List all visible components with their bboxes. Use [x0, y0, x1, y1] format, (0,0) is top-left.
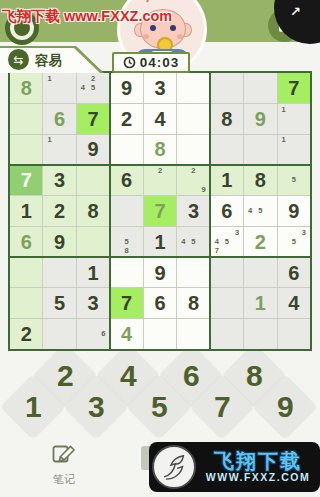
cell-value: 5	[54, 293, 65, 313]
cell-r9c8[interactable]	[244, 319, 276, 349]
cell-r3c5[interactable]: 8	[144, 135, 176, 165]
pencil-marks: 2	[145, 166, 175, 194]
cell-r7c2[interactable]	[43, 258, 75, 288]
cell-r2c7[interactable]: 8	[211, 104, 243, 134]
cell-r5c2[interactable]: 2	[43, 196, 75, 226]
cell-r6c7[interactable]: 3457	[211, 227, 243, 257]
pencil-marks: 29	[178, 166, 208, 194]
cell-r1c1[interactable]: 8	[10, 73, 42, 103]
pencil-marks: 35	[279, 228, 309, 256]
watermark-top: 飞翔下载 www.FXXZ.com	[2, 7, 172, 26]
cell-value: 7	[121, 293, 132, 313]
cell-r6c5[interactable]: 1	[144, 227, 176, 257]
cell-value: 6	[288, 263, 299, 283]
numpad-digit: 7	[214, 390, 231, 424]
cell-r4c7[interactable]: 1	[211, 165, 243, 195]
cell-r5c8[interactable]: 45	[244, 196, 276, 226]
cell-value: 3	[154, 78, 165, 98]
cell-r4c8[interactable]: 8	[244, 165, 276, 195]
cell-r2c9[interactable]: 1	[278, 104, 310, 134]
cell-r5c9[interactable]: 9	[278, 196, 310, 226]
cell-r4c2[interactable]: 3	[43, 165, 75, 195]
pencil-marks: 45	[178, 228, 208, 256]
watermark-title: 飞翔下载	[196, 451, 320, 472]
numpad-digit: 4	[119, 359, 136, 393]
cell-value: 9	[288, 201, 299, 221]
numpad-digit: 5	[151, 390, 168, 424]
difficulty-tab[interactable]: ⇆ 容易	[0, 46, 104, 73]
app-screen: ↗ ⇆ 容易 04:03 812459376724891198173622918…	[0, 0, 320, 497]
corner-arrow-icon: ↗	[290, 4, 301, 19]
cell-value: 7	[88, 109, 99, 129]
numpad-digit: 1	[25, 390, 42, 424]
cell-r3c3[interactable]: 9	[77, 135, 109, 165]
numpad-digit: 3	[88, 390, 105, 424]
pencil-marks: 5	[279, 166, 309, 194]
cell-r9c2[interactable]	[43, 319, 75, 349]
cell-value: 3	[188, 201, 199, 221]
cell-r3c2[interactable]: 1	[43, 135, 75, 165]
fxxz-logo-icon	[152, 445, 196, 489]
cell-r8c9[interactable]: 4	[278, 288, 310, 318]
cell-value: 9	[54, 232, 65, 252]
cell-r2c5[interactable]: 4	[144, 104, 176, 134]
cell-value: 4	[288, 293, 299, 313]
cell-r7c3[interactable]: 1	[77, 258, 109, 288]
cell-r6c6[interactable]: 45	[177, 227, 209, 257]
cell-value: 3	[54, 170, 65, 190]
cell-value: 1	[221, 170, 232, 190]
pencil-marks: 1	[279, 136, 309, 164]
numpad-digit: 9	[277, 390, 294, 424]
cell-r9c5[interactable]	[144, 319, 176, 349]
difficulty-label: 容易	[35, 52, 62, 70]
cell-r5c5[interactable]: 7	[144, 196, 176, 226]
pencil-marks: 3457	[212, 228, 242, 256]
cell-r7c8[interactable]	[244, 258, 276, 288]
cell-r9c6[interactable]	[177, 319, 209, 349]
cell-value: 1	[154, 232, 165, 252]
cell-value: 9	[88, 139, 99, 159]
cell-r7c5[interactable]: 9	[144, 258, 176, 288]
cell-r1c6[interactable]	[177, 73, 209, 103]
numpad-digit: 2	[56, 359, 73, 393]
cell-r4c1[interactable]: 7	[10, 165, 42, 195]
cell-r6c1[interactable]: 6	[10, 227, 42, 257]
cell-value: 1	[21, 201, 32, 221]
cell-value: 6	[221, 201, 232, 221]
cell-r4c5[interactable]: 2	[144, 165, 176, 195]
pencil-marks: 1	[279, 105, 309, 133]
sudoku-grid: 8124593767248911981736229185128736459695…	[10, 73, 310, 349]
cell-r7c7[interactable]	[211, 258, 243, 288]
cell-r3c8[interactable]	[244, 135, 276, 165]
cell-r5c1[interactable]: 1	[10, 196, 42, 226]
cell-r8c1[interactable]	[10, 288, 42, 318]
cell-r4c6[interactable]: 29	[177, 165, 209, 195]
cell-value: 6	[121, 170, 132, 190]
cell-value: 7	[21, 170, 32, 190]
box-line-horizontal	[10, 256, 310, 258]
cell-value: 2	[54, 201, 65, 221]
cell-r5c6[interactable]: 3	[177, 196, 209, 226]
cell-value: 2	[255, 232, 266, 252]
cell-r3c7[interactable]	[211, 135, 243, 165]
pencil-marks: 1	[44, 136, 74, 164]
cell-r3c1[interactable]	[10, 135, 42, 165]
cell-value: 6	[54, 109, 65, 129]
cell-r8c6[interactable]: 8	[177, 288, 209, 318]
cell-r8c8[interactable]: 1	[244, 288, 276, 318]
numpad-digit: 6	[182, 359, 199, 393]
cell-value: 9	[121, 78, 132, 98]
cell-value: 9	[255, 109, 266, 129]
cell-r7c1[interactable]	[10, 258, 42, 288]
cell-r1c5[interactable]: 3	[144, 73, 176, 103]
cell-r6c9[interactable]: 35	[278, 227, 310, 257]
cell-r2c1[interactable]	[10, 104, 42, 134]
cell-r9c9[interactable]	[278, 319, 310, 349]
watermark-texts: 飞翔下载 WWW.FXXZ.COM	[196, 451, 320, 483]
timer: 04:03	[112, 52, 190, 73]
cell-r5c4[interactable]	[110, 196, 142, 226]
cell-r2c4[interactable]: 2	[110, 104, 142, 134]
cell-r9c3[interactable]: 6	[77, 319, 109, 349]
cell-value: 6	[21, 232, 32, 252]
cell-r8c3[interactable]: 3	[77, 288, 109, 318]
cell-value: 1	[255, 293, 266, 313]
cell-r7c4[interactable]	[110, 258, 142, 288]
cell-r6c8[interactable]: 2	[244, 227, 276, 257]
cell-value: 8	[154, 139, 165, 159]
cell-r5c3[interactable]: 8	[77, 196, 109, 226]
cell-value: 1	[88, 263, 99, 283]
pencil-marks: 1	[44, 74, 74, 102]
cell-r3c6[interactable]	[177, 135, 209, 165]
cell-r2c3[interactable]: 7	[77, 104, 109, 134]
cell-r3c4[interactable]	[110, 135, 142, 165]
box-line-vertical	[209, 73, 211, 349]
numpad-digit: 8	[245, 359, 262, 393]
cell-r2c2[interactable]: 6	[43, 104, 75, 134]
cell-value: 9	[154, 263, 165, 283]
notes-button[interactable]: 笔记	[34, 442, 94, 487]
pencil-marks: 58	[111, 228, 141, 256]
box-line-horizontal	[10, 164, 310, 166]
watermark-url: WWW.FXXZ.COM	[196, 472, 320, 483]
cell-value: 6	[154, 293, 165, 313]
cell-r1c8[interactable]	[244, 73, 276, 103]
cell-r8c5[interactable]: 6	[144, 288, 176, 318]
cell-r7c6[interactable]	[177, 258, 209, 288]
cell-r2c8[interactable]: 9	[244, 104, 276, 134]
baby-blush-left	[143, 34, 149, 39]
pencil-marks: 6	[78, 320, 108, 348]
cell-value: 8	[88, 201, 99, 221]
pencil-marks: 45	[245, 197, 275, 225]
cell-r1c4[interactable]: 9	[110, 73, 142, 103]
notes-label: 笔记	[34, 472, 94, 487]
difficulty-switch-icon: ⇆	[8, 49, 29, 70]
cell-value: 8	[255, 170, 266, 190]
cell-r4c4[interactable]: 6	[110, 165, 142, 195]
cell-r4c3[interactable]	[77, 165, 109, 195]
cell-value: 2	[121, 109, 132, 129]
cell-value: 8	[188, 293, 199, 313]
cell-r3c9[interactable]: 1	[278, 135, 310, 165]
cell-value: 8	[221, 109, 232, 129]
baby-blush-right	[177, 34, 183, 39]
cell-r7c9[interactable]: 6	[278, 258, 310, 288]
cell-value: 3	[88, 293, 99, 313]
cell-r1c9[interactable]: 7	[278, 73, 310, 103]
cell-r4c9[interactable]: 5	[278, 165, 310, 195]
cell-value: 4	[154, 109, 165, 129]
cell-r9c7[interactable]	[211, 319, 243, 349]
cell-value: 7	[288, 78, 299, 98]
clock-icon	[123, 56, 136, 69]
swap-arrows-icon: ⇆	[13, 53, 23, 67]
box-line-vertical	[109, 73, 111, 349]
cell-r9c1[interactable]: 2	[10, 319, 42, 349]
cell-value: 8	[21, 78, 32, 98]
cell-r6c3[interactable]	[77, 227, 109, 257]
cell-r5c7[interactable]: 6	[211, 196, 243, 226]
watermark-bottom: 飞翔下载 WWW.FXXZ.COM	[149, 442, 320, 492]
pencil-marks: 245	[78, 74, 108, 102]
cell-r8c7[interactable]	[211, 288, 243, 318]
cell-r1c3[interactable]: 245	[77, 73, 109, 103]
sudoku-board: 8124593767248911981736229185128736459695…	[8, 71, 312, 351]
cell-r6c2[interactable]: 9	[43, 227, 75, 257]
cell-r2c6[interactable]	[177, 104, 209, 134]
cell-r8c4[interactable]: 7	[110, 288, 142, 318]
cell-value: 2	[21, 324, 32, 344]
cell-r8c2[interactable]: 5	[43, 288, 75, 318]
cell-r1c7[interactable]	[211, 73, 243, 103]
cell-r1c2[interactable]: 1	[43, 73, 75, 103]
cell-r6c4[interactable]: 58	[110, 227, 142, 257]
cell-r9c4[interactable]: 4	[110, 319, 142, 349]
numpad: 246813579	[0, 352, 320, 440]
notes-pencil-icon	[51, 442, 77, 466]
timer-value: 04:03	[140, 55, 180, 70]
cell-value: 4	[121, 324, 132, 344]
cell-value: 7	[154, 201, 165, 221]
